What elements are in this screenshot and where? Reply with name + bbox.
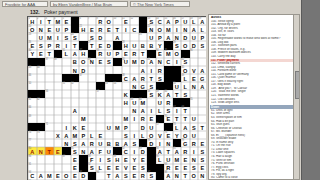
grid-cell[interactable]: 65 bbox=[190, 98, 199, 106]
grid-cell[interactable]: S bbox=[198, 155, 206, 163]
grid-cell[interactable] bbox=[105, 107, 114, 115]
grid-cell[interactable]: 35M bbox=[164, 50, 173, 58]
grid-cell[interactable]: E bbox=[113, 164, 122, 172]
grid-cell[interactable] bbox=[113, 131, 122, 139]
grid-cell[interactable]: I bbox=[147, 107, 156, 115]
grid-cell[interactable]: M bbox=[122, 115, 131, 123]
grid-cell[interactable]: 34E bbox=[156, 50, 165, 58]
grid-cell[interactable]: 90L bbox=[156, 155, 165, 163]
grid-cell[interactable]: O bbox=[62, 172, 71, 180]
grid-cell[interactable]: I bbox=[130, 131, 139, 139]
grid-cell[interactable]: H bbox=[122, 98, 131, 106]
grid-cell[interactable] bbox=[130, 123, 139, 131]
grid-cell[interactable]: U bbox=[130, 41, 139, 49]
grid-cell[interactable] bbox=[96, 123, 105, 131]
grid-cell[interactable]: 66 bbox=[28, 107, 37, 115]
grid-cell[interactable]: 58S bbox=[147, 90, 156, 98]
grid-cell[interactable]: 18L bbox=[190, 17, 199, 25]
grid-cell[interactable] bbox=[198, 58, 206, 66]
grid-cell[interactable]: 19A bbox=[198, 17, 206, 25]
grid-cell[interactable] bbox=[88, 123, 97, 131]
grid-cell[interactable]: E bbox=[122, 50, 131, 58]
grid-cell[interactable]: S bbox=[139, 164, 148, 172]
grid-cell[interactable]: 70E bbox=[164, 115, 173, 123]
grid-cell[interactable]: 45O bbox=[181, 66, 190, 74]
grid-cell[interactable]: I bbox=[173, 58, 182, 66]
grid-cell[interactable] bbox=[45, 131, 54, 139]
grid-cell[interactable]: 73L bbox=[173, 123, 182, 131]
grid-cell[interactable]: U bbox=[54, 25, 63, 33]
grid-cell[interactable]: N bbox=[130, 82, 139, 90]
grid-cell[interactable]: O bbox=[190, 172, 199, 180]
grid-cell[interactable]: A bbox=[181, 123, 190, 131]
grid-cell[interactable]: S bbox=[164, 107, 173, 115]
grid-cell[interactable]: S bbox=[122, 131, 131, 139]
grid-cell[interactable]: 78D bbox=[147, 139, 156, 147]
grid-cell[interactable]: P bbox=[122, 123, 131, 131]
grid-cell[interactable]: M bbox=[45, 33, 54, 41]
grid-cell[interactable]: U bbox=[190, 33, 199, 41]
grid-cell[interactable]: X bbox=[54, 131, 63, 139]
grid-cell[interactable]: T bbox=[105, 172, 114, 180]
grid-cell[interactable]: M bbox=[173, 155, 182, 163]
grid-cell[interactable]: E bbox=[181, 155, 190, 163]
grid-cell[interactable] bbox=[96, 66, 105, 74]
grid-cell[interactable]: A bbox=[164, 33, 173, 41]
grid-cell[interactable]: V bbox=[156, 131, 165, 139]
grid-cell[interactable] bbox=[37, 82, 46, 90]
grid-cell[interactable]: A bbox=[113, 33, 122, 41]
grid-cell[interactable]: 81S bbox=[71, 147, 80, 155]
grid-cell[interactable]: R bbox=[139, 74, 148, 82]
grid-cell[interactable]: 17U bbox=[181, 17, 190, 25]
grid-cell[interactable] bbox=[88, 74, 97, 82]
grid-cell[interactable]: E bbox=[71, 155, 80, 163]
grid-cell[interactable]: I bbox=[54, 33, 63, 41]
grid-cell[interactable]: 69 bbox=[28, 115, 37, 123]
grid-cell[interactable] bbox=[113, 90, 122, 98]
grid-cell[interactable]: 62 bbox=[37, 98, 46, 106]
grid-cell[interactable] bbox=[198, 50, 206, 58]
grid-cell[interactable]: S bbox=[190, 164, 199, 172]
grid-cell[interactable]: S bbox=[105, 155, 114, 163]
grid-cell[interactable]: D bbox=[96, 33, 105, 41]
grid-cell[interactable]: P bbox=[62, 25, 71, 33]
grid-cell[interactable] bbox=[62, 98, 71, 106]
grid-cell[interactable]: A bbox=[190, 25, 199, 33]
grid-cell[interactable]: R bbox=[190, 139, 199, 147]
grid-cell[interactable] bbox=[37, 139, 46, 147]
grid-cell[interactable] bbox=[96, 115, 105, 123]
grid-cell[interactable]: 39N bbox=[88, 58, 97, 66]
grid-cell[interactable]: E bbox=[88, 25, 97, 33]
grid-cell[interactable]: E bbox=[45, 25, 54, 33]
grid-cell[interactable]: O bbox=[147, 131, 156, 139]
grid-cell[interactable] bbox=[45, 66, 54, 74]
grid-cell[interactable]: M bbox=[45, 172, 54, 180]
grid-cell[interactable]: T bbox=[181, 172, 190, 180]
grid-cell[interactable] bbox=[37, 107, 46, 115]
grid-cell[interactable]: 15A bbox=[164, 17, 173, 25]
grid-cell[interactable]: S bbox=[190, 123, 199, 131]
grid-cell[interactable] bbox=[105, 98, 114, 106]
grid-cell[interactable] bbox=[105, 33, 114, 41]
grid-cell[interactable]: 63U bbox=[130, 98, 139, 106]
grid-cell[interactable] bbox=[96, 107, 105, 115]
grid-cell[interactable]: C bbox=[164, 58, 173, 66]
grid-cell[interactable] bbox=[62, 164, 71, 172]
grid-cell[interactable]: 8R bbox=[96, 17, 105, 25]
grid-cell[interactable]: 55U bbox=[173, 82, 182, 90]
grid-cell[interactable] bbox=[113, 98, 122, 106]
grid-cell[interactable]: 49L bbox=[181, 74, 190, 82]
grid-cell[interactable]: 59K bbox=[156, 90, 165, 98]
grid-cell[interactable] bbox=[54, 98, 63, 106]
grid-cell[interactable]: R bbox=[139, 172, 148, 180]
grid-cell[interactable]: S bbox=[130, 139, 139, 147]
grid-cell[interactable] bbox=[37, 155, 46, 163]
grid-cell[interactable]: 87 bbox=[62, 155, 71, 163]
grid-cell[interactable]: F bbox=[96, 147, 105, 155]
grid-cell[interactable] bbox=[79, 107, 88, 115]
grid-cell[interactable]: T bbox=[198, 123, 206, 131]
grid-cell[interactable]: E bbox=[71, 164, 80, 172]
grid-cell[interactable]: N bbox=[130, 107, 139, 115]
grid-cell[interactable]: T bbox=[173, 115, 182, 123]
grid-cell[interactable] bbox=[198, 115, 206, 123]
grid-cell[interactable] bbox=[62, 58, 71, 66]
grid-cell[interactable]: O bbox=[79, 58, 88, 66]
grid-cell[interactable]: 47 bbox=[79, 74, 88, 82]
grid-cell[interactable] bbox=[122, 66, 131, 74]
grid-cell[interactable]: U bbox=[156, 98, 165, 106]
grid-cell[interactable]: E bbox=[54, 147, 63, 155]
grid-cell[interactable]: U bbox=[190, 115, 199, 123]
clue-list-scrollbar[interactable] bbox=[293, 15, 299, 179]
grid-cell[interactable]: 21H bbox=[79, 25, 88, 33]
grid-cell[interactable]: A bbox=[71, 107, 80, 115]
grid-cell[interactable]: 37 bbox=[45, 58, 54, 66]
grid-cell[interactable]: 43 bbox=[28, 66, 37, 74]
grid-cell[interactable]: 76E bbox=[164, 131, 173, 139]
grid-cell[interactable]: N bbox=[190, 82, 199, 90]
grid-cell[interactable]: E bbox=[105, 25, 114, 33]
grid-cell[interactable]: E bbox=[130, 164, 139, 172]
grid-cell[interactable]: S bbox=[62, 33, 71, 41]
grid-cell[interactable]: P bbox=[198, 33, 206, 41]
grid-cell[interactable] bbox=[198, 131, 206, 139]
grid-cell[interactable] bbox=[37, 115, 46, 123]
scrollbar-thumb[interactable] bbox=[295, 71, 301, 99]
grid-cell[interactable] bbox=[198, 98, 206, 106]
grid-cell[interactable]: R bbox=[181, 147, 190, 155]
grid-cell[interactable] bbox=[62, 66, 71, 74]
grid-cell[interactable]: U bbox=[105, 50, 114, 58]
grid-cell[interactable] bbox=[198, 90, 206, 98]
grid-cell[interactable]: E bbox=[105, 164, 114, 172]
grid-cell[interactable]: 2I bbox=[37, 17, 46, 25]
grid-cell[interactable]: 44 bbox=[37, 66, 46, 74]
grid-cell[interactable]: 31L bbox=[62, 50, 71, 58]
grid-cell[interactable]: B bbox=[139, 41, 148, 49]
grid-cell[interactable]: E bbox=[122, 155, 131, 163]
grid-cell[interactable]: N bbox=[181, 25, 190, 33]
grid-cell[interactable]: O bbox=[181, 41, 190, 49]
grid-cell[interactable]: S bbox=[122, 172, 131, 180]
grid-cell[interactable]: T bbox=[147, 74, 156, 82]
grid-cell[interactable]: 13S bbox=[147, 17, 156, 25]
grid-cell[interactable]: M bbox=[79, 115, 88, 123]
grid-cell[interactable]: T bbox=[45, 50, 54, 58]
grid-cell[interactable] bbox=[79, 82, 88, 90]
grid-cell[interactable]: 83D bbox=[139, 147, 148, 155]
grid-cell[interactable]: D bbox=[181, 33, 190, 41]
grid-cell[interactable] bbox=[62, 90, 71, 98]
grid-cell[interactable] bbox=[45, 164, 54, 172]
grid-cell[interactable]: I bbox=[190, 147, 199, 155]
grid-cell[interactable]: 72 bbox=[156, 123, 165, 131]
grid-cell[interactable]: Y bbox=[173, 131, 182, 139]
grid-cell[interactable]: T bbox=[139, 50, 148, 58]
grid-cell[interactable]: A bbox=[130, 74, 139, 82]
grid-cell[interactable] bbox=[113, 115, 122, 123]
grid-cell[interactable]: 57 bbox=[96, 90, 105, 98]
grid-cell[interactable]: A bbox=[79, 139, 88, 147]
grid-cell[interactable]: N bbox=[156, 58, 165, 66]
grid-cell[interactable]: 10 bbox=[113, 17, 122, 25]
grid-cell[interactable]: R bbox=[88, 139, 97, 147]
grid-cell[interactable] bbox=[62, 115, 71, 123]
grid-cell[interactable]: 51 bbox=[62, 82, 71, 90]
grid-cell[interactable]: 41A bbox=[147, 58, 156, 66]
grid-cell[interactable] bbox=[54, 74, 63, 82]
grid-cell[interactable]: 6 bbox=[79, 17, 88, 25]
grid-cell[interactable]: A bbox=[62, 131, 71, 139]
grid-cell[interactable]: 29S bbox=[173, 41, 182, 49]
grid-cell[interactable]: E bbox=[54, 172, 63, 180]
grid-cell[interactable]: A bbox=[37, 172, 46, 180]
grid-cell[interactable] bbox=[113, 107, 122, 115]
grid-cell[interactable]: 79G bbox=[181, 139, 190, 147]
grid-cell[interactable]: Y bbox=[130, 155, 139, 163]
grid-cell[interactable]: L bbox=[88, 131, 97, 139]
grid-cell[interactable]: 3T bbox=[45, 17, 54, 25]
grid-cell[interactable] bbox=[54, 90, 63, 98]
grid-cell[interactable]: D bbox=[79, 66, 88, 74]
grid-cell[interactable]: 95D bbox=[79, 172, 88, 180]
grid-cell[interactable] bbox=[96, 98, 105, 106]
grid-cell[interactable]: 28H bbox=[122, 41, 131, 49]
grid-cell[interactable]: E bbox=[147, 115, 156, 123]
grid-cell[interactable]: 71 bbox=[45, 123, 54, 131]
grid-cell[interactable]: A bbox=[198, 66, 206, 74]
grid-cell[interactable] bbox=[54, 123, 63, 131]
grid-cell[interactable]: 46 bbox=[28, 74, 37, 82]
grid-cell[interactable]: 25 bbox=[139, 33, 148, 41]
grid-cell[interactable] bbox=[190, 58, 199, 66]
grid-cell[interactable]: R bbox=[54, 41, 63, 49]
grid-cell[interactable]: I bbox=[62, 123, 71, 131]
grid-cell[interactable]: N bbox=[37, 25, 46, 33]
grid-cell[interactable]: N bbox=[37, 147, 46, 155]
grid-cell[interactable]: N bbox=[164, 139, 173, 147]
grid-cell[interactable] bbox=[88, 98, 97, 106]
grid-cell[interactable]: S bbox=[156, 74, 165, 82]
grid-cell[interactable] bbox=[113, 66, 122, 74]
grid-cell[interactable]: A bbox=[71, 50, 80, 58]
grid-cell[interactable]: E bbox=[198, 139, 206, 147]
grid-cell[interactable] bbox=[79, 33, 88, 41]
grid-cell[interactable] bbox=[54, 164, 63, 172]
grid-cell[interactable] bbox=[198, 107, 206, 115]
grid-cell[interactable]: R bbox=[156, 66, 165, 74]
grid-cell[interactable]: 82C bbox=[122, 147, 131, 155]
grid-cell[interactable] bbox=[54, 107, 63, 115]
grid-cell[interactable]: V bbox=[190, 66, 199, 74]
grid-cell[interactable]: R bbox=[130, 50, 139, 58]
grid-cell[interactable] bbox=[54, 115, 63, 123]
grid-cell[interactable]: 94C bbox=[28, 172, 37, 180]
grid-cell[interactable]: E bbox=[190, 74, 199, 82]
grid-cell[interactable]: T bbox=[113, 25, 122, 33]
grid-cell[interactable]: T bbox=[173, 90, 182, 98]
grid-cell[interactable]: M bbox=[130, 58, 139, 66]
grid-cell[interactable]: N bbox=[62, 139, 71, 147]
grid-cell[interactable]: S bbox=[198, 41, 206, 49]
grid-cell[interactable]: R bbox=[164, 98, 173, 106]
grid-cell[interactable] bbox=[130, 66, 139, 74]
grid-cell[interactable]: P bbox=[45, 41, 54, 49]
grid-cell[interactable] bbox=[54, 66, 63, 74]
grid-cell[interactable]: S bbox=[37, 41, 46, 49]
grid-cell[interactable] bbox=[130, 33, 139, 41]
grid-cell[interactable]: T bbox=[164, 147, 173, 155]
grid-cell[interactable]: 36 bbox=[190, 50, 199, 58]
grid-cell[interactable]: G bbox=[139, 82, 148, 90]
grid-cell[interactable] bbox=[45, 155, 54, 163]
grid-cell[interactable]: U bbox=[147, 33, 156, 41]
grid-cell[interactable]: U bbox=[96, 139, 105, 147]
grid-cell[interactable]: U bbox=[190, 131, 199, 139]
grid-cell[interactable]: 50 bbox=[28, 82, 37, 90]
grid-cell[interactable]: M bbox=[71, 131, 80, 139]
grid-cell[interactable] bbox=[88, 82, 97, 90]
grid-cell[interactable]: R bbox=[139, 115, 148, 123]
grid-cell[interactable] bbox=[96, 74, 105, 82]
grid-cell[interactable]: 7 bbox=[88, 17, 97, 25]
grid-cell[interactable]: I bbox=[130, 115, 139, 123]
grid-cell[interactable]: E bbox=[198, 164, 206, 172]
grid-cell[interactable]: E bbox=[79, 123, 88, 131]
grid-cell[interactable]: 75 bbox=[37, 131, 46, 139]
grid-cell[interactable]: 97S bbox=[147, 172, 156, 180]
grid-cell[interactable]: D bbox=[139, 58, 148, 66]
grid-cell[interactable] bbox=[54, 82, 63, 90]
grid-cell[interactable] bbox=[54, 155, 63, 163]
grid-cell[interactable]: E bbox=[37, 50, 46, 58]
grid-cell[interactable] bbox=[105, 115, 114, 123]
grid-cell[interactable]: A bbox=[139, 107, 148, 115]
grid-cell[interactable]: K bbox=[71, 123, 80, 131]
grid-cell[interactable]: B bbox=[105, 139, 114, 147]
grid-cell[interactable]: 14C bbox=[156, 17, 165, 25]
grid-cell[interactable]: O bbox=[181, 131, 190, 139]
clue-list[interactable]: Across100. Strike lightly101. Ahead by a… bbox=[210, 16, 294, 180]
grid-cell[interactable]: 74 bbox=[28, 131, 37, 139]
clue-item[interactable]: 80. Came to a close bbox=[210, 176, 294, 180]
grid-cell[interactable]: 33R bbox=[96, 50, 105, 58]
grid-cell[interactable]: 32H bbox=[79, 50, 88, 58]
grid-cell[interactable]: U bbox=[37, 33, 46, 41]
grid-cell[interactable] bbox=[71, 115, 80, 123]
grid-cell[interactable]: A bbox=[113, 172, 122, 180]
grid-cell[interactable]: I bbox=[122, 25, 131, 33]
grid-cell[interactable]: 98A bbox=[164, 172, 173, 180]
grid-cell[interactable]: 1H bbox=[28, 17, 37, 25]
grid-cell[interactable] bbox=[45, 115, 54, 123]
grid-cell[interactable]: 24S bbox=[71, 33, 80, 41]
grid-cell[interactable]: M bbox=[164, 25, 173, 33]
grid-cell[interactable]: E bbox=[96, 131, 105, 139]
grid-cell[interactable] bbox=[45, 98, 54, 106]
grid-cell[interactable]: A bbox=[198, 82, 206, 90]
grid-cell[interactable] bbox=[71, 98, 80, 106]
grid-cell[interactable]: M bbox=[113, 123, 122, 131]
grid-cell[interactable] bbox=[45, 139, 54, 147]
grid-cell[interactable]: 54 bbox=[113, 82, 122, 90]
grid-cell[interactable]: 56 bbox=[45, 90, 54, 98]
grid-cell[interactable]: T bbox=[71, 41, 80, 49]
grid-cell[interactable]: 85A bbox=[173, 147, 182, 155]
grid-cell[interactable]: T bbox=[45, 147, 54, 155]
grid-cell[interactable]: E bbox=[139, 155, 148, 163]
grid-cell[interactable]: 40U bbox=[122, 58, 131, 66]
grid-cell[interactable]: 92S bbox=[88, 164, 97, 172]
grid-cell[interactable]: N bbox=[79, 147, 88, 155]
grid-cell[interactable]: E bbox=[96, 58, 105, 66]
grid-cell[interactable] bbox=[79, 98, 88, 106]
grid-cell[interactable] bbox=[88, 107, 97, 115]
grid-cell[interactable] bbox=[71, 90, 80, 98]
grid-cell[interactable]: 22N bbox=[147, 25, 156, 33]
grid-cell[interactable]: B bbox=[147, 41, 156, 49]
grid-cell[interactable] bbox=[147, 98, 156, 106]
grid-cell[interactable]: 60A bbox=[164, 90, 173, 98]
grid-cell[interactable]: S bbox=[105, 58, 114, 66]
grid-cell[interactable] bbox=[190, 107, 199, 115]
grid-cell[interactable]: N bbox=[173, 172, 182, 180]
grid-cell[interactable]: 27T bbox=[88, 41, 97, 49]
grid-cell[interactable]: 11E bbox=[122, 17, 131, 25]
grid-cell[interactable]: D bbox=[139, 123, 148, 131]
grid-cell[interactable]: L bbox=[198, 25, 206, 33]
grid-cell[interactable] bbox=[37, 74, 46, 82]
grid-cell[interactable]: 4M bbox=[54, 17, 63, 25]
grid-cell[interactable]: 53 bbox=[105, 82, 114, 90]
grid-cell[interactable]: P bbox=[156, 33, 165, 41]
grid-cell[interactable]: I bbox=[147, 66, 156, 74]
grid-cell[interactable]: P bbox=[79, 131, 88, 139]
grid-cell[interactable] bbox=[88, 115, 97, 123]
grid-cell[interactable]: 68T bbox=[181, 107, 190, 115]
grid-cell[interactable]: S bbox=[198, 147, 206, 155]
grid-cell[interactable] bbox=[105, 66, 114, 74]
grid-cell[interactable]: 52 bbox=[71, 82, 80, 90]
grid-cell[interactable] bbox=[105, 131, 114, 139]
grid-cell[interactable]: E bbox=[173, 164, 182, 172]
grid-cell[interactable]: O bbox=[156, 25, 165, 33]
grid-cell[interactable]: T bbox=[181, 115, 190, 123]
